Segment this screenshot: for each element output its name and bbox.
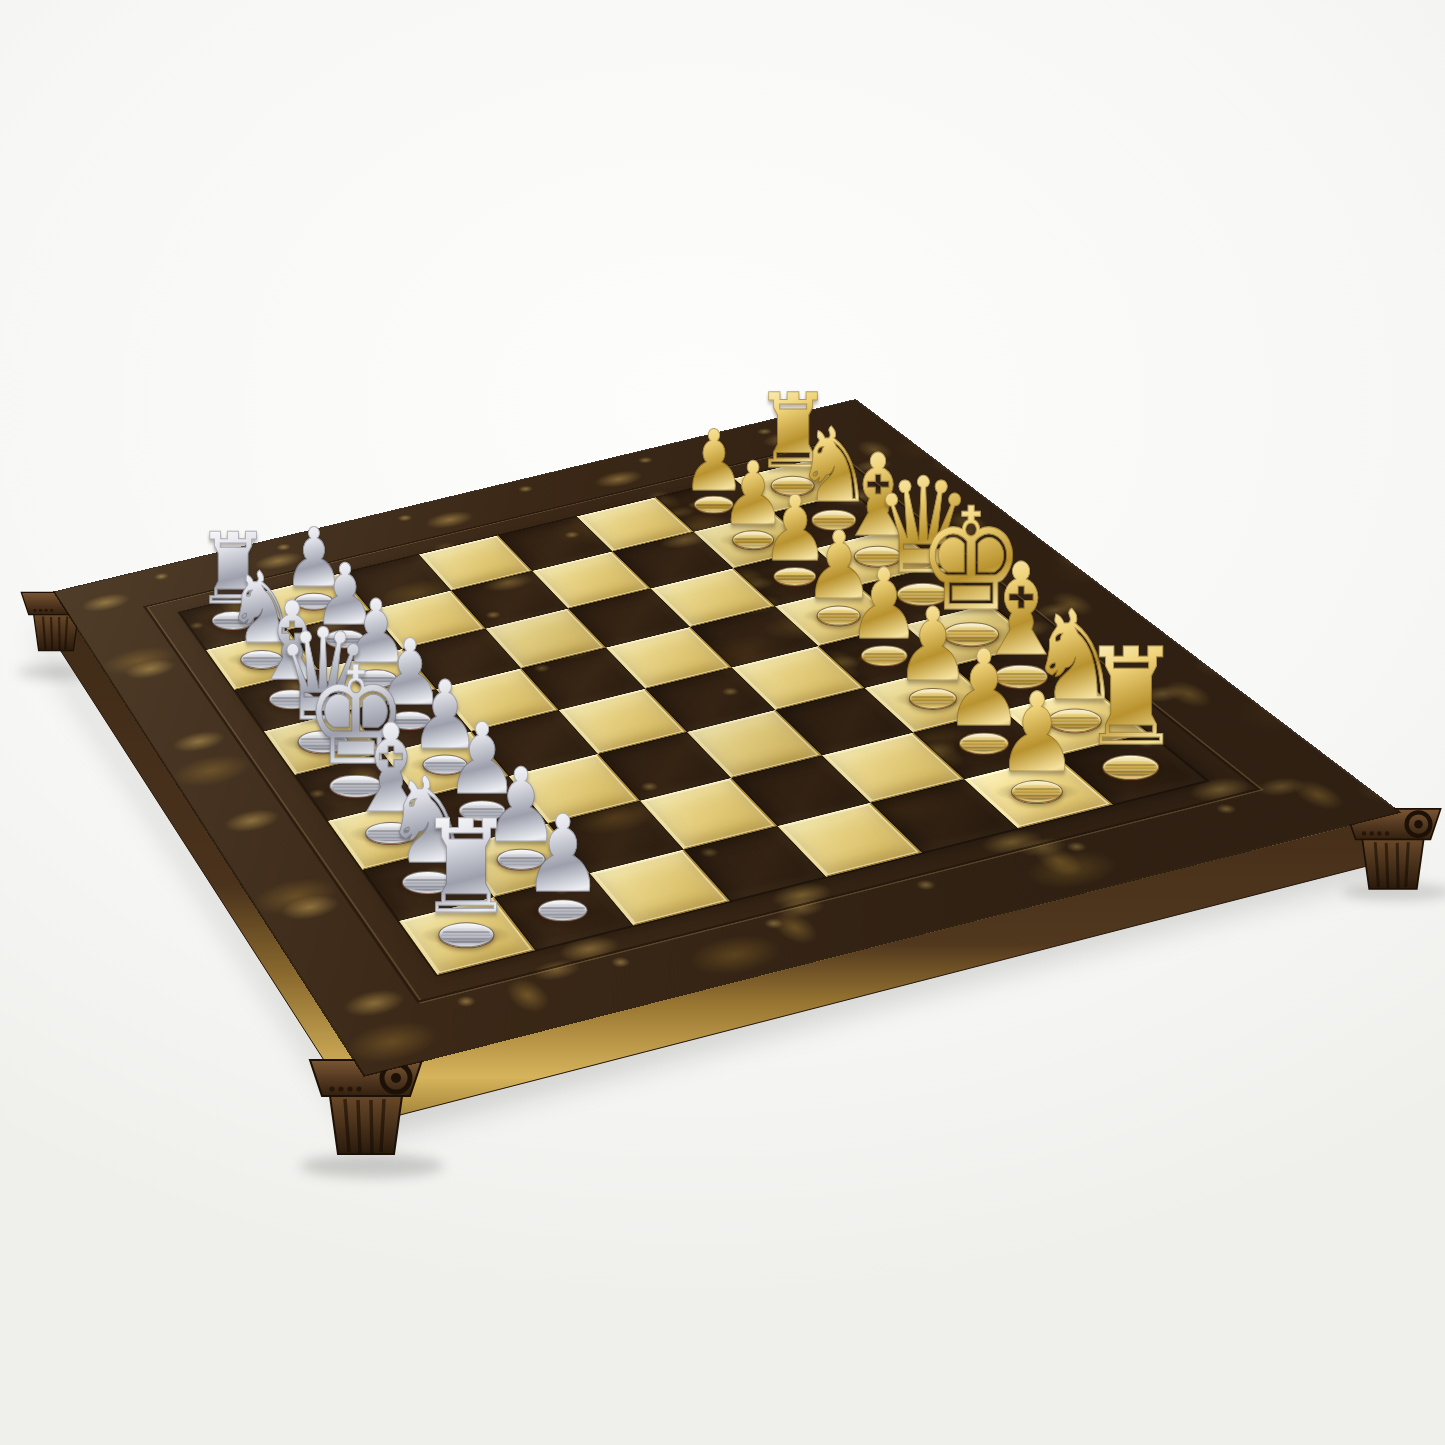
photo-canvas: ♜♞♝♛♚♝♞♜♟♟♟♟♟♟♟♟♟♟♟♟♟♟♟♟♜♞♝♛♚♝♞♜ bbox=[0, 0, 1445, 1445]
foot-shadow-south bbox=[300, 1154, 444, 1178]
